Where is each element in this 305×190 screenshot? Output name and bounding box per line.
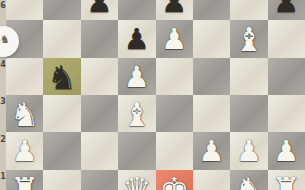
square-f6[interactable] xyxy=(193,0,230,20)
piece-white-pawn-d4[interactable]: ♟ xyxy=(118,59,155,96)
square-h1[interactable]: ♜ xyxy=(268,170,305,190)
piece-black-pawn-c6[interactable]: ♟ xyxy=(81,0,118,21)
square-a3[interactable]: ♞ xyxy=(6,95,43,132)
square-d5[interactable]: ♟ xyxy=(118,20,155,57)
square-f2[interactable]: ♟ xyxy=(193,132,230,169)
square-e4[interactable] xyxy=(156,58,193,95)
square-c5[interactable] xyxy=(81,20,118,57)
piece-white-rook-a1[interactable]: ♜ xyxy=(6,171,43,190)
piece-white-knight-g1[interactable]: ♞ xyxy=(230,171,267,190)
square-b1[interactable] xyxy=(43,170,80,190)
square-f1[interactable] xyxy=(193,170,230,190)
square-h6[interactable]: ♟ xyxy=(268,0,305,20)
piece-white-pawn-a2[interactable]: ♟ xyxy=(6,133,43,170)
square-g5[interactable]: ♝ xyxy=(230,20,267,57)
square-g4[interactable] xyxy=(230,58,267,95)
square-b3[interactable] xyxy=(43,95,80,132)
square-c4[interactable] xyxy=(81,58,118,95)
piece-white-rook-h1[interactable]: ♜ xyxy=(268,171,305,190)
piece-white-bishop-d3[interactable]: ♝ xyxy=(118,96,155,133)
square-e3[interactable] xyxy=(156,95,193,132)
square-d6[interactable] xyxy=(118,0,155,20)
piece-white-knight-a3[interactable]: ♞ xyxy=(6,96,43,133)
square-b5[interactable] xyxy=(43,20,80,57)
piece-black-pawn-e6[interactable]: ♟ xyxy=(156,0,193,21)
square-c2[interactable] xyxy=(81,132,118,169)
piece-white-pawn-g2[interactable]: ♟ xyxy=(230,133,267,170)
piece-white-pawn-f2[interactable]: ♟ xyxy=(193,133,230,170)
square-h2[interactable]: ♟ xyxy=(268,132,305,169)
piece-black-pawn-h6[interactable]: ♟ xyxy=(268,0,305,21)
piece-white-king-e1[interactable]: ♚ xyxy=(156,171,193,190)
square-f3[interactable] xyxy=(193,95,230,132)
square-d1[interactable]: ♛ xyxy=(118,170,155,190)
piece-white-queen-d1[interactable]: ♛ xyxy=(118,171,155,190)
square-a1[interactable]: ♜ xyxy=(6,170,43,190)
square-b6[interactable] xyxy=(43,0,80,20)
square-e2[interactable] xyxy=(156,132,193,169)
rank-label-4: 4 xyxy=(0,60,6,69)
square-f4[interactable] xyxy=(193,58,230,95)
rank-label-1: 1 xyxy=(0,172,6,181)
square-h5[interactable] xyxy=(268,20,305,57)
chess-board-viewport: ♟♟♟♟♟♝♞♟♞♝♟♟♟♟♜♛♚♞♜ 64321 ♞ xyxy=(0,0,305,190)
piece-white-pawn-h2[interactable]: ♟ xyxy=(268,133,305,170)
piece-black-pawn-d5[interactable]: ♟ xyxy=(118,21,155,58)
rank-label-3: 3 xyxy=(0,97,6,106)
square-f5[interactable] xyxy=(193,20,230,57)
square-b4[interactable]: ♞ xyxy=(43,58,80,95)
piece-white-bishop-g5[interactable]: ♝ xyxy=(230,21,267,58)
square-d4[interactable]: ♟ xyxy=(118,58,155,95)
square-e6[interactable]: ♟ xyxy=(156,0,193,20)
square-a2[interactable]: ♟ xyxy=(6,132,43,169)
square-a6[interactable] xyxy=(6,0,43,20)
piece-white-pawn-e5[interactable]: ♟ xyxy=(156,21,193,58)
square-g3[interactable] xyxy=(230,95,267,132)
square-d2[interactable] xyxy=(118,132,155,169)
square-h3[interactable] xyxy=(268,95,305,132)
rank-label-2: 2 xyxy=(0,135,6,144)
square-h4[interactable] xyxy=(268,58,305,95)
square-g1[interactable]: ♞ xyxy=(230,170,267,190)
square-c6[interactable]: ♟ xyxy=(81,0,118,20)
rank-label-6: 6 xyxy=(0,1,6,10)
square-b2[interactable] xyxy=(43,132,80,169)
square-g2[interactable]: ♟ xyxy=(230,132,267,169)
square-c3[interactable] xyxy=(81,95,118,132)
square-e5[interactable]: ♟ xyxy=(156,20,193,57)
square-e1[interactable]: ♚ xyxy=(156,170,193,190)
piece-black-knight-b4[interactable]: ♞ xyxy=(43,59,80,96)
chess-board[interactable]: ♟♟♟♟♟♝♞♟♞♝♟♟♟♟♜♛♚♞♜ xyxy=(6,0,305,190)
knight-badge-icon: ♞ xyxy=(0,34,10,45)
square-c1[interactable] xyxy=(81,170,118,190)
square-g6[interactable] xyxy=(230,0,267,20)
square-a4[interactable] xyxy=(6,58,43,95)
square-d3[interactable]: ♝ xyxy=(118,95,155,132)
